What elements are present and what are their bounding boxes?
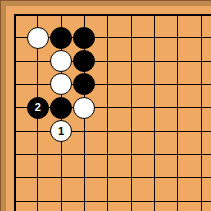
stone-black (73, 50, 95, 72)
grid-line-horizontal (14, 131, 211, 132)
stone-black (50, 27, 72, 49)
grid-line-horizontal (14, 154, 211, 155)
grid-line-vertical (201, 14, 202, 211)
grid-line-horizontal (14, 14, 211, 16)
stone-white (73, 97, 95, 119)
grid-line-horizontal (14, 61, 211, 62)
grid-line-vertical (14, 14, 16, 211)
go-board: 21 (6, 6, 211, 211)
stone-black (73, 73, 95, 95)
grid-line-horizontal (14, 84, 211, 85)
grid-line-horizontal (14, 201, 211, 202)
stone-black (50, 97, 72, 119)
stone-black (73, 27, 95, 49)
stone-white (50, 50, 72, 72)
go-board-frame: 21 (0, 0, 211, 211)
stone-white (27, 27, 49, 49)
grid-line-vertical (107, 14, 108, 211)
stone-black-move-2: 2 (27, 97, 49, 119)
stone-white-move-1: 1 (50, 120, 72, 142)
grid-line-vertical (177, 14, 178, 211)
grid-line-vertical (131, 14, 132, 211)
stone-white (50, 73, 72, 95)
grid-line-vertical (154, 14, 155, 211)
grid-line-horizontal (14, 177, 211, 178)
